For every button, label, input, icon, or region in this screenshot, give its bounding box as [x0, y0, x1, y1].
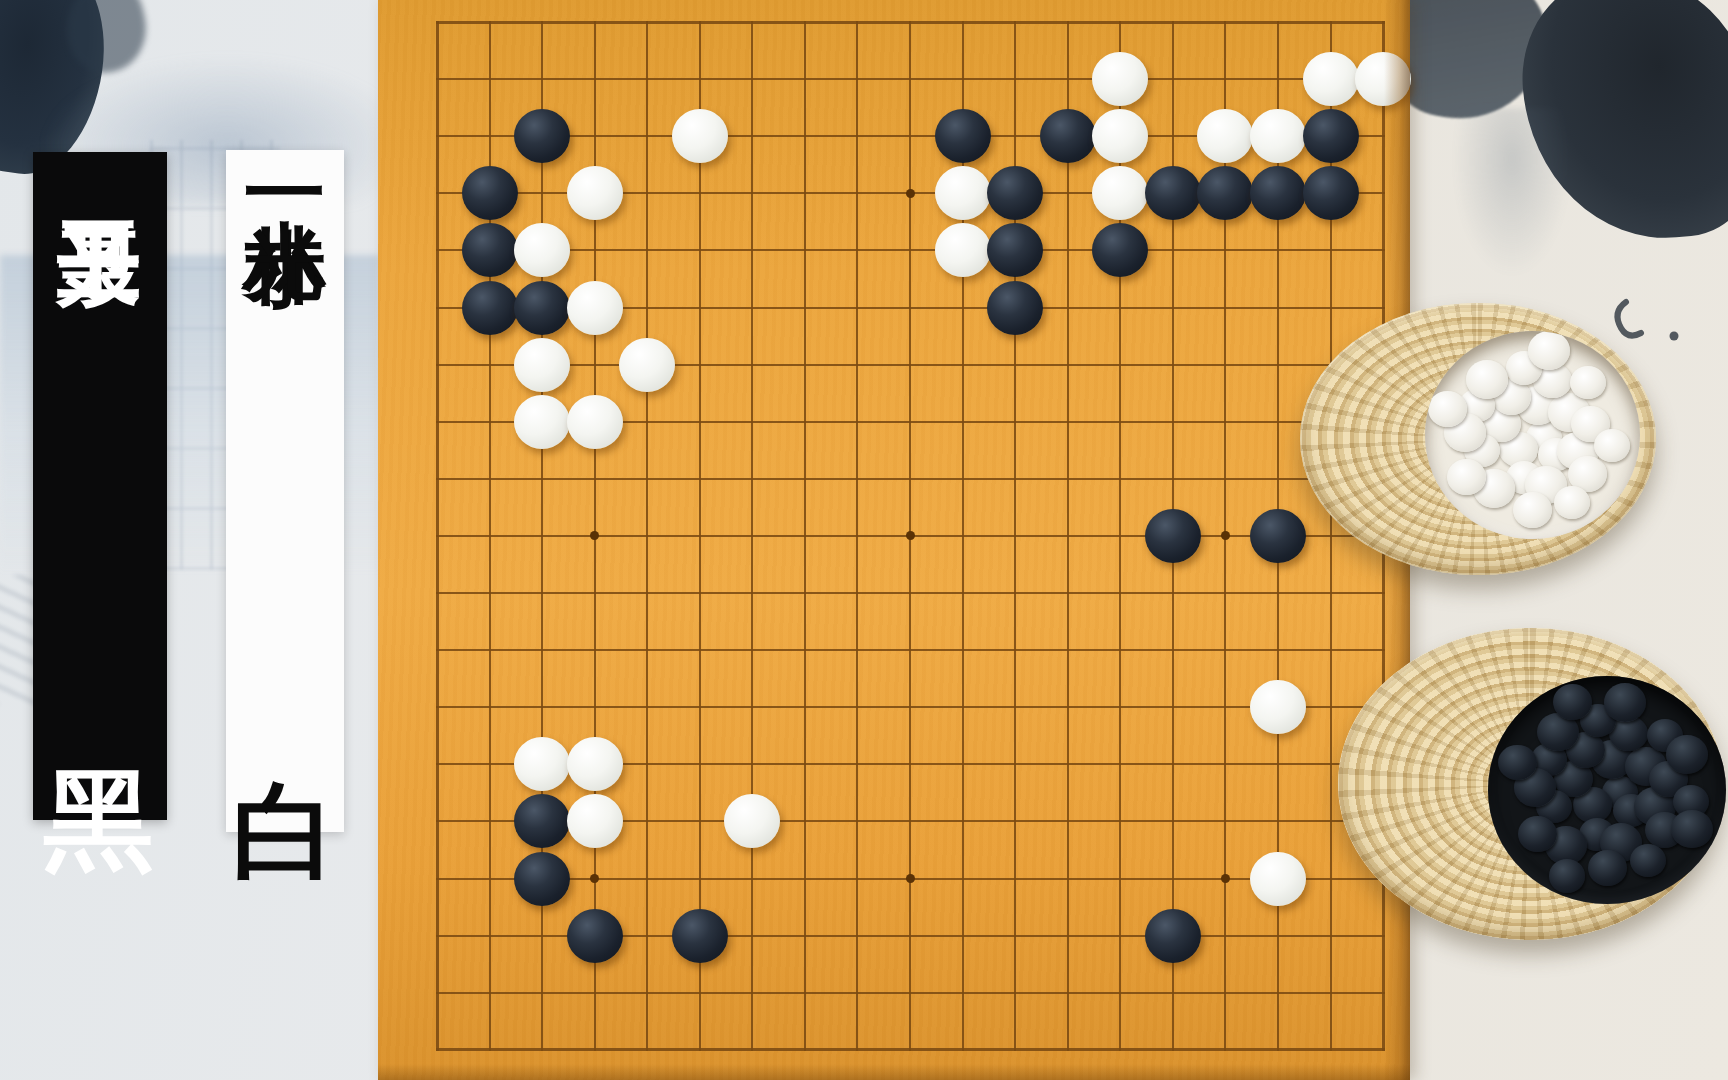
black-stone-in-bowl	[1671, 810, 1713, 849]
grid-line-h	[436, 992, 1385, 994]
black-stone	[1250, 509, 1306, 563]
black-stone	[514, 281, 570, 335]
black-stone-in-bowl	[1604, 683, 1646, 722]
star-point	[906, 189, 915, 198]
video-frame: 聂卫平 黑 小林光一 白	[0, 0, 1728, 1080]
white-player-banner: 小林光一 白	[226, 150, 344, 832]
grid-line-h	[436, 592, 1385, 594]
white-stone	[567, 395, 623, 449]
black-stone	[1145, 909, 1201, 963]
white-stone-in-bowl	[1570, 366, 1606, 399]
black-stone	[514, 109, 570, 163]
black-stone	[1303, 109, 1359, 163]
white-stone	[935, 166, 991, 220]
white-stone	[567, 737, 623, 791]
black-stone	[462, 281, 518, 335]
star-point	[906, 874, 915, 883]
star-point	[1221, 874, 1230, 883]
grid-line-h	[436, 1048, 1385, 1051]
black-stone	[462, 166, 518, 220]
white-stone-bowl	[1300, 303, 1656, 575]
black-stone	[1250, 166, 1306, 220]
white-stone	[1303, 52, 1359, 106]
black-stone-in-bowl	[1498, 745, 1537, 781]
board-bottom-edge	[378, 1064, 1410, 1080]
black-stone	[514, 852, 570, 906]
grid-line-v	[1067, 21, 1069, 1052]
ink-wash-right-icon	[1452, 108, 1572, 278]
black-stone-in-bowl	[1553, 684, 1592, 720]
black-stone-bowl	[1338, 628, 1723, 940]
star-point	[906, 531, 915, 540]
black-bowl-opening	[1488, 676, 1726, 904]
black-stone	[567, 909, 623, 963]
white-stone	[1092, 52, 1148, 106]
black-stone-in-bowl	[1549, 859, 1585, 892]
white-stone-in-bowl	[1466, 360, 1508, 399]
black-stone	[1040, 109, 1096, 163]
white-stone	[619, 338, 675, 392]
black-stone	[672, 909, 728, 963]
white-stone	[514, 338, 570, 392]
black-player-banner: 聂卫平 黑	[33, 152, 167, 820]
white-stone-in-bowl	[1428, 391, 1467, 427]
white-stone	[935, 223, 991, 277]
grid-line-h	[436, 706, 1385, 708]
white-stone-in-bowl	[1513, 492, 1552, 528]
white-stone	[514, 395, 570, 449]
black-stone	[935, 109, 991, 163]
black-stone-in-bowl	[1666, 735, 1708, 774]
grid-line-h	[436, 649, 1385, 651]
white-stone-in-bowl	[1554, 486, 1590, 519]
white-stone	[1250, 852, 1306, 906]
black-stone	[1145, 166, 1201, 220]
black-stone	[462, 223, 518, 277]
white-stone	[567, 281, 623, 335]
black-stone-in-bowl	[1518, 816, 1557, 852]
black-stone	[1145, 509, 1201, 563]
black-stone	[1303, 166, 1359, 220]
white-stone	[567, 794, 623, 848]
black-stone	[987, 281, 1043, 335]
go-board	[378, 0, 1410, 1080]
white-stone	[567, 166, 623, 220]
white-stone	[1250, 109, 1306, 163]
white-stone-in-bowl	[1528, 331, 1570, 370]
white-stone	[1250, 680, 1306, 734]
black-stone-in-bowl	[1630, 844, 1666, 877]
white-bowl-opening	[1425, 331, 1640, 539]
black-stone-in-bowl	[1588, 850, 1627, 886]
white-stone	[672, 109, 728, 163]
white-stone-in-bowl	[1447, 459, 1486, 495]
white-stone-in-bowl	[1594, 429, 1630, 462]
